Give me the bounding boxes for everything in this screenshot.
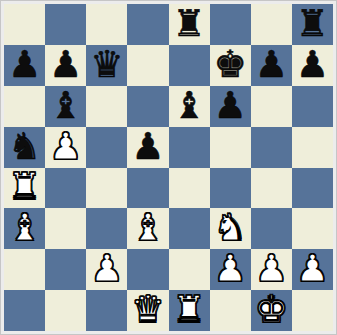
square-a7[interactable]: ♟ <box>4 45 45 86</box>
square-g4[interactable] <box>251 168 292 209</box>
square-e5[interactable] <box>169 127 210 168</box>
square-e7[interactable] <box>169 45 210 86</box>
piece-black-pawn[interactable]: ♟ <box>214 87 247 124</box>
piece-black-knight[interactable]: ♞ <box>8 128 41 165</box>
square-d7[interactable] <box>127 45 168 86</box>
square-g8[interactable] <box>251 4 292 45</box>
square-g5[interactable] <box>251 127 292 168</box>
square-c7[interactable]: ♛ <box>86 45 127 86</box>
square-f5[interactable] <box>210 127 251 168</box>
piece-white-pawn[interactable]: ♟ <box>90 250 123 287</box>
piece-black-rook[interactable]: ♜ <box>172 5 205 42</box>
square-h1[interactable] <box>292 290 333 331</box>
piece-black-bishop[interactable]: ♝ <box>172 87 205 124</box>
square-b1[interactable] <box>45 290 86 331</box>
square-g7[interactable]: ♟ <box>251 45 292 86</box>
piece-white-king[interactable]: ♚ <box>255 291 288 328</box>
square-f7[interactable]: ♚ <box>210 45 251 86</box>
square-d8[interactable] <box>127 4 168 45</box>
square-b2[interactable] <box>45 249 86 290</box>
square-h6[interactable] <box>292 86 333 127</box>
square-a2[interactable] <box>4 249 45 290</box>
square-f1[interactable] <box>210 290 251 331</box>
square-c2[interactable]: ♟ <box>86 249 127 290</box>
square-e2[interactable] <box>169 249 210 290</box>
square-f8[interactable] <box>210 4 251 45</box>
piece-white-rook[interactable]: ♜ <box>8 168 41 205</box>
square-f3[interactable]: ♞ <box>210 208 251 249</box>
square-h7[interactable]: ♟ <box>292 45 333 86</box>
piece-black-rook[interactable]: ♜ <box>296 5 329 42</box>
square-e4[interactable] <box>169 168 210 209</box>
square-a1[interactable] <box>4 290 45 331</box>
piece-white-queen[interactable]: ♛ <box>131 291 164 328</box>
square-d4[interactable] <box>127 168 168 209</box>
square-e3[interactable] <box>169 208 210 249</box>
piece-black-king[interactable]: ♚ <box>214 46 247 83</box>
square-d3[interactable]: ♝ <box>127 208 168 249</box>
square-f4[interactable] <box>210 168 251 209</box>
piece-white-bishop[interactable]: ♝ <box>8 209 41 246</box>
square-b3[interactable] <box>45 208 86 249</box>
square-c4[interactable] <box>86 168 127 209</box>
piece-white-pawn[interactable]: ♟ <box>49 128 82 165</box>
square-h5[interactable] <box>292 127 333 168</box>
square-c8[interactable] <box>86 4 127 45</box>
square-b4[interactable] <box>45 168 86 209</box>
piece-black-pawn[interactable]: ♟ <box>8 46 41 83</box>
square-h3[interactable] <box>292 208 333 249</box>
square-b6[interactable]: ♝ <box>45 86 86 127</box>
piece-white-pawn[interactable]: ♟ <box>255 250 288 287</box>
square-d1[interactable]: ♛ <box>127 290 168 331</box>
square-g3[interactable] <box>251 208 292 249</box>
square-f2[interactable]: ♟ <box>210 249 251 290</box>
square-d2[interactable] <box>127 249 168 290</box>
square-b8[interactable] <box>45 4 86 45</box>
square-c1[interactable] <box>86 290 127 331</box>
square-h2[interactable]: ♟ <box>292 249 333 290</box>
square-e1[interactable]: ♜ <box>169 290 210 331</box>
square-c5[interactable] <box>86 127 127 168</box>
piece-black-pawn[interactable]: ♟ <box>255 46 288 83</box>
piece-black-pawn[interactable]: ♟ <box>131 128 164 165</box>
square-d6[interactable] <box>127 86 168 127</box>
square-h4[interactable] <box>292 168 333 209</box>
square-g1[interactable]: ♚ <box>251 290 292 331</box>
chess-board-frame: ♜♜♟♟♛♚♟♟♝♝♟♞♟♟♜♝♝♞♟♟♟♟♛♜♚ <box>0 0 337 335</box>
piece-white-pawn[interactable]: ♟ <box>296 250 329 287</box>
square-a3[interactable]: ♝ <box>4 208 45 249</box>
piece-black-pawn[interactable]: ♟ <box>296 46 329 83</box>
square-c6[interactable] <box>86 86 127 127</box>
square-e6[interactable]: ♝ <box>169 86 210 127</box>
square-d5[interactable]: ♟ <box>127 127 168 168</box>
square-a6[interactable] <box>4 86 45 127</box>
piece-white-pawn[interactable]: ♟ <box>214 250 247 287</box>
square-f6[interactable]: ♟ <box>210 86 251 127</box>
square-c3[interactable] <box>86 208 127 249</box>
square-b7[interactable]: ♟ <box>45 45 86 86</box>
square-a8[interactable] <box>4 4 45 45</box>
piece-white-knight[interactable]: ♞ <box>214 209 247 246</box>
piece-black-bishop[interactable]: ♝ <box>49 87 82 124</box>
chess-board: ♜♜♟♟♛♚♟♟♝♝♟♞♟♟♜♝♝♞♟♟♟♟♛♜♚ <box>4 4 333 331</box>
piece-white-rook[interactable]: ♜ <box>172 291 205 328</box>
square-a5[interactable]: ♞ <box>4 127 45 168</box>
piece-black-queen[interactable]: ♛ <box>90 46 123 83</box>
square-e8[interactable]: ♜ <box>169 4 210 45</box>
piece-black-pawn[interactable]: ♟ <box>49 46 82 83</box>
square-g2[interactable]: ♟ <box>251 249 292 290</box>
square-h8[interactable]: ♜ <box>292 4 333 45</box>
square-a4[interactable]: ♜ <box>4 168 45 209</box>
square-g6[interactable] <box>251 86 292 127</box>
piece-white-bishop[interactable]: ♝ <box>131 209 164 246</box>
square-b5[interactable]: ♟ <box>45 127 86 168</box>
